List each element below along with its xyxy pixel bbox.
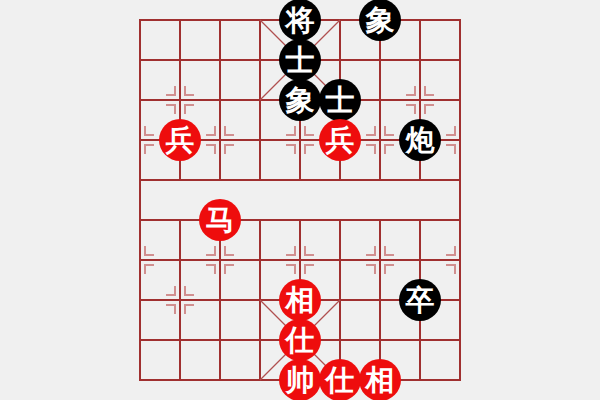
black-soldier[interactable]: 卒: [399, 279, 441, 321]
red-elephant[interactable]: 相: [279, 279, 321, 321]
black-general[interactable]: 将: [279, 0, 321, 41]
red-soldier[interactable]: 兵: [159, 119, 201, 161]
black-elephant[interactable]: 象: [279, 79, 321, 121]
black-cannon[interactable]: 炮: [399, 119, 441, 161]
red-general[interactable]: 帅: [279, 359, 321, 400]
black-advisor[interactable]: 士: [279, 39, 321, 81]
black-elephant[interactable]: 象: [359, 0, 401, 41]
red-advisor[interactable]: 仕: [319, 359, 361, 400]
red-elephant[interactable]: 相: [359, 359, 401, 400]
red-soldier[interactable]: 兵: [319, 119, 361, 161]
red-horse[interactable]: 马: [199, 199, 241, 241]
xiangqi-board: 将象士象士炮卒兵兵马相仕帅仕相: [0, 0, 600, 400]
black-advisor[interactable]: 士: [319, 79, 361, 121]
piece-layer[interactable]: 将象士象士炮卒兵兵马相仕帅仕相: [120, 0, 480, 400]
red-advisor[interactable]: 仕: [279, 319, 321, 361]
